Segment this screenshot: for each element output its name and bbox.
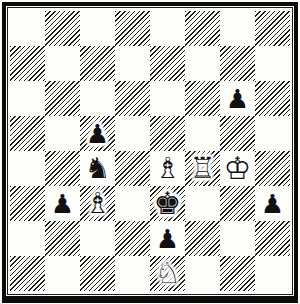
square-b8[interactable] — [45, 11, 80, 46]
square-d6[interactable] — [115, 81, 150, 116]
square-f4[interactable]: ♖ — [185, 151, 220, 186]
square-d8[interactable] — [115, 11, 150, 46]
square-h5[interactable] — [255, 116, 290, 151]
square-g1[interactable] — [220, 256, 255, 291]
square-g3[interactable] — [220, 186, 255, 221]
diagram-inner-border: ♟♟♞♗♖♔♟♗♚♟♟♘ — [7, 7, 293, 295]
square-e5[interactable] — [150, 116, 185, 151]
square-h7[interactable] — [255, 46, 290, 81]
square-e3[interactable]: ♚ — [150, 186, 185, 221]
square-a4[interactable] — [10, 151, 45, 186]
black-pawn-piece: ♟ — [261, 191, 284, 217]
square-f8[interactable] — [185, 11, 220, 46]
square-b6[interactable] — [45, 81, 80, 116]
square-h8[interactable] — [255, 11, 290, 46]
white-rook-piece: ♖ — [190, 154, 216, 183]
square-b4[interactable] — [45, 151, 80, 186]
square-g5[interactable] — [220, 116, 255, 151]
square-a6[interactable] — [10, 81, 45, 116]
square-c4[interactable]: ♞ — [80, 151, 115, 186]
square-a8[interactable] — [10, 11, 45, 46]
square-d1[interactable] — [115, 256, 150, 291]
chess-board: ♟♟♞♗♖♔♟♗♚♟♟♘ — [10, 11, 290, 291]
square-e8[interactable] — [150, 11, 185, 46]
square-h1[interactable] — [255, 256, 290, 291]
square-f2[interactable] — [185, 221, 220, 256]
square-f7[interactable] — [185, 46, 220, 81]
square-b5[interactable] — [45, 116, 80, 151]
square-c3[interactable]: ♗ — [80, 186, 115, 221]
square-a7[interactable] — [10, 46, 45, 81]
square-h6[interactable] — [255, 81, 290, 116]
diagram-outer-border: ♟♟♞♗♖♔♟♗♚♟♟♘ — [2, 2, 298, 303]
square-c6[interactable] — [80, 81, 115, 116]
square-d2[interactable] — [115, 221, 150, 256]
square-d4[interactable] — [115, 151, 150, 186]
square-a3[interactable] — [10, 186, 45, 221]
square-e6[interactable] — [150, 81, 185, 116]
square-e1[interactable]: ♘ — [150, 256, 185, 291]
square-g7[interactable] — [220, 46, 255, 81]
white-bishop-piece: ♗ — [155, 154, 181, 183]
square-e2[interactable]: ♟ — [150, 221, 185, 256]
square-a1[interactable] — [10, 256, 45, 291]
square-c5[interactable]: ♟ — [80, 116, 115, 151]
square-g6[interactable]: ♟ — [220, 81, 255, 116]
square-g2[interactable] — [220, 221, 255, 256]
black-pawn-piece: ♟ — [226, 86, 249, 112]
square-b3[interactable]: ♟ — [45, 186, 80, 221]
square-b7[interactable] — [45, 46, 80, 81]
white-bishop-piece: ♗ — [85, 189, 111, 218]
square-h2[interactable] — [255, 221, 290, 256]
square-b1[interactable] — [45, 256, 80, 291]
square-e7[interactable] — [150, 46, 185, 81]
square-c8[interactable] — [80, 11, 115, 46]
square-c7[interactable] — [80, 46, 115, 81]
square-f3[interactable] — [185, 186, 220, 221]
square-d5[interactable] — [115, 116, 150, 151]
chess-diagram-scan: ♟♟♞♗♖♔♟♗♚♟♟♘ — [0, 0, 300, 304]
square-f6[interactable] — [185, 81, 220, 116]
square-f1[interactable] — [185, 256, 220, 291]
square-a5[interactable] — [10, 116, 45, 151]
square-h3[interactable]: ♟ — [255, 186, 290, 221]
black-pawn-piece: ♟ — [156, 226, 179, 252]
black-pawn-piece: ♟ — [51, 191, 74, 217]
square-d7[interactable] — [115, 46, 150, 81]
square-a2[interactable] — [10, 221, 45, 256]
square-c2[interactable] — [80, 221, 115, 256]
black-knight-piece: ♞ — [85, 154, 111, 183]
white-knight-piece: ♘ — [155, 259, 181, 288]
square-c1[interactable] — [80, 256, 115, 291]
square-d3[interactable] — [115, 186, 150, 221]
white-king-piece: ♔ — [224, 153, 252, 184]
square-b2[interactable] — [45, 221, 80, 256]
square-h4[interactable] — [255, 151, 290, 186]
square-e4[interactable]: ♗ — [150, 151, 185, 186]
square-f5[interactable] — [185, 116, 220, 151]
square-g4[interactable]: ♔ — [220, 151, 255, 186]
black-king-piece: ♚ — [154, 188, 182, 219]
black-pawn-piece: ♟ — [86, 121, 109, 147]
square-g8[interactable] — [220, 11, 255, 46]
